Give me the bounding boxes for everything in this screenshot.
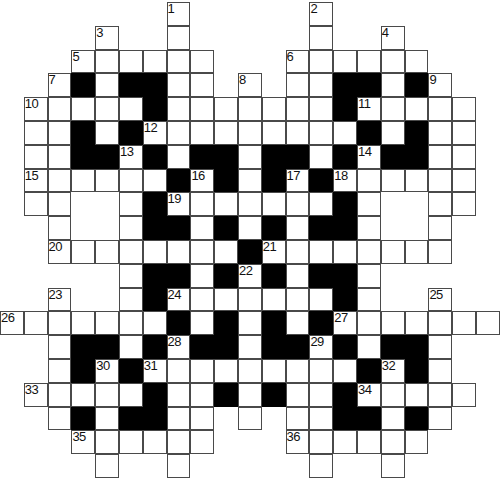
grid-cell[interactable] bbox=[262, 192, 286, 216]
grid-cell[interactable] bbox=[238, 169, 262, 193]
black-cell bbox=[357, 73, 381, 97]
grid-cell[interactable] bbox=[428, 121, 452, 145]
black-cell bbox=[143, 192, 167, 216]
grid-cell[interactable] bbox=[95, 311, 119, 335]
clue-number: 12 bbox=[144, 120, 157, 135]
black-cell bbox=[333, 73, 357, 97]
grid-cell[interactable] bbox=[48, 311, 72, 335]
grid-cell[interactable] bbox=[381, 311, 405, 335]
grid-cell[interactable]: 11 bbox=[357, 97, 381, 121]
black-cell bbox=[71, 121, 95, 145]
grid-cell[interactable] bbox=[95, 73, 119, 97]
grid-cell[interactable] bbox=[428, 359, 452, 383]
grid-cell[interactable] bbox=[95, 169, 119, 193]
grid-cell[interactable] bbox=[286, 216, 310, 240]
grid-cell[interactable] bbox=[381, 407, 405, 431]
clue-number: 21 bbox=[263, 239, 276, 254]
black-cell bbox=[262, 383, 286, 407]
grid-cell[interactable]: 19 bbox=[167, 192, 191, 216]
grid-cell[interactable] bbox=[309, 359, 333, 383]
grid-cell[interactable] bbox=[476, 311, 500, 335]
grid-cell[interactable] bbox=[357, 216, 381, 240]
black-cell bbox=[95, 335, 119, 359]
black-cell bbox=[143, 97, 167, 121]
grid-cell[interactable] bbox=[262, 359, 286, 383]
grid-cell[interactable]: 13 bbox=[119, 145, 143, 169]
clue-number: 34 bbox=[358, 382, 371, 397]
grid-cell[interactable] bbox=[262, 121, 286, 145]
grid-cell[interactable] bbox=[381, 73, 405, 97]
grid-cell[interactable]: 18 bbox=[333, 169, 357, 193]
black-cell bbox=[309, 216, 333, 240]
grid-cell[interactable] bbox=[119, 383, 143, 407]
clue-number: 29 bbox=[310, 334, 323, 349]
grid-cell[interactable] bbox=[238, 335, 262, 359]
grid-cell[interactable] bbox=[119, 288, 143, 312]
grid-cell[interactable] bbox=[428, 216, 452, 240]
grid-cell[interactable] bbox=[381, 383, 405, 407]
grid-cell[interactable] bbox=[167, 97, 191, 121]
grid-cell[interactable] bbox=[48, 335, 72, 359]
black-cell bbox=[333, 335, 357, 359]
grid-cell[interactable] bbox=[357, 169, 381, 193]
clue-number: 2 bbox=[310, 1, 317, 16]
black-cell bbox=[71, 145, 95, 169]
grid-cell[interactable] bbox=[238, 97, 262, 121]
grid-cell[interactable] bbox=[381, 121, 405, 145]
grid-cell[interactable] bbox=[238, 359, 262, 383]
clue-number: 9 bbox=[429, 72, 436, 87]
grid-cell[interactable] bbox=[309, 192, 333, 216]
black-cell bbox=[143, 383, 167, 407]
grid-cell[interactable] bbox=[333, 430, 357, 454]
clue-number: 28 bbox=[168, 334, 181, 349]
clue-number: 35 bbox=[72, 429, 85, 444]
grid-cell[interactable] bbox=[48, 145, 72, 169]
black-cell bbox=[143, 73, 167, 97]
grid-cell[interactable]: 20 bbox=[48, 240, 72, 264]
grid-cell[interactable] bbox=[238, 311, 262, 335]
grid-cell[interactable] bbox=[405, 311, 429, 335]
black-cell bbox=[357, 407, 381, 431]
grid-cell[interactable]: 22 bbox=[238, 264, 262, 288]
grid-cell[interactable] bbox=[214, 288, 238, 312]
grid-cell[interactable] bbox=[238, 288, 262, 312]
grid-cell[interactable] bbox=[428, 383, 452, 407]
black-cell bbox=[405, 335, 429, 359]
grid-cell[interactable] bbox=[119, 264, 143, 288]
black-cell bbox=[381, 145, 405, 169]
grid-cell[interactable] bbox=[452, 121, 476, 145]
grid-cell[interactable] bbox=[167, 73, 191, 97]
black-cell bbox=[119, 121, 143, 145]
grid-cell[interactable] bbox=[167, 26, 191, 50]
grid-cell[interactable] bbox=[190, 73, 214, 97]
black-cell bbox=[214, 169, 238, 193]
grid-cell[interactable]: 36 bbox=[286, 430, 310, 454]
black-cell bbox=[357, 121, 381, 145]
grid-cell[interactable] bbox=[405, 50, 429, 74]
black-cell bbox=[71, 335, 95, 359]
grid-cell[interactable] bbox=[309, 430, 333, 454]
grid-cell[interactable]: 1 bbox=[167, 2, 191, 26]
grid-cell[interactable] bbox=[357, 50, 381, 74]
grid-cell[interactable] bbox=[309, 454, 333, 478]
grid-cell[interactable] bbox=[119, 311, 143, 335]
clue-number: 24 bbox=[168, 287, 181, 302]
grid-cell[interactable] bbox=[262, 288, 286, 312]
black-cell bbox=[143, 335, 167, 359]
grid-cell[interactable]: 10 bbox=[24, 97, 48, 121]
grid-cell[interactable] bbox=[405, 240, 429, 264]
black-cell bbox=[143, 216, 167, 240]
grid-cell[interactable] bbox=[238, 145, 262, 169]
clue-number: 11 bbox=[358, 96, 371, 111]
clue-number: 10 bbox=[25, 96, 38, 111]
grid-cell[interactable] bbox=[452, 145, 476, 169]
clue-number: 13 bbox=[120, 144, 133, 159]
black-cell bbox=[262, 169, 286, 193]
black-cell bbox=[333, 145, 357, 169]
black-cell bbox=[309, 169, 333, 193]
grid-cell[interactable] bbox=[286, 97, 310, 121]
grid-cell[interactable]: 24 bbox=[167, 288, 191, 312]
grid-cell[interactable] bbox=[286, 311, 310, 335]
grid-cell[interactable]: 12 bbox=[143, 121, 167, 145]
grid-cell[interactable] bbox=[95, 407, 119, 431]
grid-cell[interactable] bbox=[214, 240, 238, 264]
grid-cell[interactable] bbox=[143, 311, 167, 335]
grid-cell[interactable]: 29 bbox=[309, 335, 333, 359]
grid-cell[interactable]: 23 bbox=[48, 288, 72, 312]
clue-number: 19 bbox=[168, 191, 181, 206]
clue-number: 16 bbox=[191, 168, 204, 183]
grid-cell[interactable] bbox=[167, 359, 191, 383]
black-cell bbox=[262, 335, 286, 359]
grid-cell[interactable] bbox=[452, 97, 476, 121]
grid-cell[interactable] bbox=[24, 192, 48, 216]
grid-cell[interactable] bbox=[119, 97, 143, 121]
grid-cell[interactable] bbox=[167, 121, 191, 145]
clue-number: 15 bbox=[25, 168, 38, 183]
black-cell bbox=[286, 145, 310, 169]
black-cell bbox=[405, 73, 429, 97]
grid-cell[interactable]: 7 bbox=[48, 73, 72, 97]
black-cell bbox=[214, 216, 238, 240]
grid-cell[interactable] bbox=[452, 192, 476, 216]
grid-cell[interactable] bbox=[119, 169, 143, 193]
grid-cell[interactable] bbox=[286, 73, 310, 97]
grid-cell[interactable] bbox=[119, 50, 143, 74]
black-cell bbox=[167, 311, 191, 335]
grid-cell[interactable] bbox=[190, 216, 214, 240]
grid-cell[interactable] bbox=[48, 407, 72, 431]
grid-cell[interactable] bbox=[309, 26, 333, 50]
grid-cell[interactable] bbox=[428, 407, 452, 431]
grid-cell[interactable] bbox=[238, 121, 262, 145]
grid-cell[interactable] bbox=[405, 430, 429, 454]
grid-cell[interactable] bbox=[95, 383, 119, 407]
grid-cell[interactable] bbox=[24, 121, 48, 145]
grid-cell[interactable]: 9 bbox=[428, 73, 452, 97]
grid-cell[interactable] bbox=[24, 145, 48, 169]
grid-cell[interactable]: 17 bbox=[286, 169, 310, 193]
grid-cell[interactable] bbox=[381, 169, 405, 193]
grid-cell[interactable] bbox=[167, 383, 191, 407]
clue-number: 7 bbox=[49, 72, 56, 87]
grid-cell[interactable]: 14 bbox=[357, 145, 381, 169]
grid-cell[interactable] bbox=[309, 240, 333, 264]
grid-cell[interactable] bbox=[333, 240, 357, 264]
grid-cell[interactable] bbox=[428, 311, 452, 335]
black-cell bbox=[214, 311, 238, 335]
grid-cell[interactable] bbox=[190, 359, 214, 383]
grid-cell[interactable] bbox=[71, 240, 95, 264]
grid-cell[interactable] bbox=[405, 169, 429, 193]
grid-cell[interactable]: 30 bbox=[95, 359, 119, 383]
grid-cell[interactable]: 5 bbox=[71, 50, 95, 74]
grid-cell[interactable]: 28 bbox=[167, 335, 191, 359]
grid-cell[interactable] bbox=[333, 359, 357, 383]
grid-cell[interactable] bbox=[286, 121, 310, 145]
grid-cell[interactable]: 35 bbox=[71, 430, 95, 454]
grid-cell[interactable] bbox=[190, 383, 214, 407]
black-cell bbox=[119, 407, 143, 431]
grid-cell[interactable] bbox=[48, 97, 72, 121]
grid-cell[interactable] bbox=[48, 121, 72, 145]
grid-cell[interactable] bbox=[95, 240, 119, 264]
grid-cell[interactable] bbox=[357, 335, 381, 359]
black-cell bbox=[167, 264, 191, 288]
grid-cell[interactable] bbox=[381, 454, 405, 478]
grid-cell[interactable] bbox=[357, 430, 381, 454]
grid-cell[interactable] bbox=[238, 192, 262, 216]
grid-cell[interactable] bbox=[309, 288, 333, 312]
crossword-grid: 1234567891011121314151617181920212223242… bbox=[0, 0, 500, 478]
grid-cell[interactable] bbox=[286, 264, 310, 288]
clue-number: 5 bbox=[72, 49, 79, 64]
grid-cell[interactable] bbox=[190, 50, 214, 74]
grid-cell[interactable] bbox=[428, 169, 452, 193]
grid-cell[interactable] bbox=[95, 121, 119, 145]
black-cell bbox=[262, 311, 286, 335]
black-cell bbox=[333, 216, 357, 240]
grid-cell[interactable] bbox=[357, 311, 381, 335]
grid-cell[interactable] bbox=[167, 454, 191, 478]
clue-number: 6 bbox=[287, 49, 294, 64]
grid-cell[interactable] bbox=[428, 192, 452, 216]
grid-cell[interactable] bbox=[95, 430, 119, 454]
grid-cell[interactable] bbox=[309, 145, 333, 169]
grid-cell[interactable]: 27 bbox=[333, 311, 357, 335]
grid-cell[interactable] bbox=[48, 216, 72, 240]
black-cell bbox=[95, 145, 119, 169]
grid-cell[interactable] bbox=[286, 240, 310, 264]
grid-cell[interactable] bbox=[95, 50, 119, 74]
grid-cell[interactable] bbox=[119, 430, 143, 454]
grid-cell[interactable] bbox=[48, 169, 72, 193]
clue-number: 32 bbox=[382, 358, 395, 373]
grid-cell[interactable] bbox=[357, 192, 381, 216]
black-cell bbox=[214, 145, 238, 169]
clue-number: 26 bbox=[1, 310, 14, 325]
grid-cell[interactable] bbox=[238, 383, 262, 407]
grid-cell[interactable] bbox=[309, 50, 333, 74]
grid-cell[interactable] bbox=[214, 121, 238, 145]
black-cell bbox=[381, 335, 405, 359]
grid-cell[interactable] bbox=[119, 216, 143, 240]
grid-cell[interactable] bbox=[357, 288, 381, 312]
grid-cell[interactable] bbox=[71, 383, 95, 407]
grid-cell[interactable] bbox=[190, 311, 214, 335]
grid-cell[interactable] bbox=[214, 97, 238, 121]
grid-cell[interactable]: 4 bbox=[381, 26, 405, 50]
grid-cell[interactable] bbox=[119, 192, 143, 216]
black-cell bbox=[333, 97, 357, 121]
grid-cell[interactable]: 26 bbox=[0, 311, 24, 335]
grid-cell[interactable] bbox=[428, 145, 452, 169]
crossword-page: 1234567891011121314151617181920212223242… bbox=[0, 0, 500, 478]
grid-cell[interactable] bbox=[428, 335, 452, 359]
grid-cell[interactable] bbox=[167, 50, 191, 74]
black-cell bbox=[309, 264, 333, 288]
grid-cell[interactable] bbox=[238, 216, 262, 240]
grid-cell[interactable] bbox=[95, 454, 119, 478]
grid-cell[interactable]: 15 bbox=[24, 169, 48, 193]
grid-cell[interactable] bbox=[309, 97, 333, 121]
grid-cell[interactable] bbox=[71, 311, 95, 335]
grid-cell[interactable] bbox=[167, 145, 191, 169]
grid-cell[interactable] bbox=[167, 240, 191, 264]
grid-cell[interactable]: 2 bbox=[309, 2, 333, 26]
clue-number: 23 bbox=[49, 287, 62, 302]
grid-cell[interactable] bbox=[309, 383, 333, 407]
grid-cell[interactable]: 32 bbox=[381, 359, 405, 383]
clue-number: 36 bbox=[287, 429, 300, 444]
grid-cell[interactable] bbox=[167, 407, 191, 431]
clue-number: 22 bbox=[239, 263, 252, 278]
grid-cell[interactable] bbox=[167, 430, 191, 454]
grid-cell[interactable] bbox=[190, 192, 214, 216]
grid-cell[interactable]: 6 bbox=[286, 50, 310, 74]
grid-cell[interactable]: 8 bbox=[238, 73, 262, 97]
black-cell bbox=[71, 359, 95, 383]
grid-cell[interactable] bbox=[452, 383, 476, 407]
grid-cell[interactable] bbox=[119, 335, 143, 359]
grid-cell[interactable] bbox=[333, 50, 357, 74]
grid-cell[interactable]: 25 bbox=[428, 288, 452, 312]
grid-cell[interactable] bbox=[143, 430, 167, 454]
black-cell bbox=[333, 407, 357, 431]
grid-cell[interactable] bbox=[309, 407, 333, 431]
grid-cell[interactable] bbox=[143, 240, 167, 264]
grid-cell[interactable] bbox=[95, 97, 119, 121]
grid-cell[interactable] bbox=[405, 383, 429, 407]
black-cell bbox=[333, 264, 357, 288]
grid-cell[interactable] bbox=[286, 407, 310, 431]
grid-cell[interactable] bbox=[190, 240, 214, 264]
clue-number: 3 bbox=[96, 25, 103, 40]
clue-number: 31 bbox=[144, 358, 157, 373]
grid-cell[interactable] bbox=[24, 311, 48, 335]
grid-cell[interactable]: 31 bbox=[143, 359, 167, 383]
black-cell bbox=[143, 264, 167, 288]
grid-cell[interactable] bbox=[190, 97, 214, 121]
grid-cell[interactable] bbox=[190, 407, 214, 431]
grid-cell[interactable] bbox=[405, 97, 429, 121]
clue-number: 8 bbox=[239, 72, 246, 87]
grid-cell[interactable] bbox=[190, 121, 214, 145]
grid-cell[interactable] bbox=[286, 192, 310, 216]
black-cell bbox=[238, 240, 262, 264]
black-cell bbox=[405, 121, 429, 145]
black-cell bbox=[214, 383, 238, 407]
grid-cell[interactable] bbox=[357, 240, 381, 264]
grid-cell[interactable] bbox=[381, 97, 405, 121]
grid-cell[interactable] bbox=[286, 288, 310, 312]
grid-cell[interactable] bbox=[71, 97, 95, 121]
grid-cell[interactable] bbox=[262, 97, 286, 121]
black-cell bbox=[333, 288, 357, 312]
grid-cell[interactable] bbox=[48, 359, 72, 383]
grid-cell[interactable] bbox=[119, 240, 143, 264]
grid-cell[interactable] bbox=[309, 73, 333, 97]
grid-cell[interactable] bbox=[286, 359, 310, 383]
grid-cell[interactable] bbox=[190, 264, 214, 288]
grid-cell[interactable] bbox=[381, 240, 405, 264]
grid-cell[interactable] bbox=[452, 169, 476, 193]
black-cell bbox=[167, 216, 191, 240]
grid-cell[interactable] bbox=[214, 192, 238, 216]
grid-cell[interactable] bbox=[238, 407, 262, 431]
black-cell bbox=[262, 145, 286, 169]
grid-cell[interactable] bbox=[309, 121, 333, 145]
grid-cell[interactable]: 21 bbox=[262, 240, 286, 264]
grid-cell[interactable]: 33 bbox=[24, 383, 48, 407]
grid-cell[interactable]: 16 bbox=[190, 169, 214, 193]
black-cell bbox=[357, 359, 381, 383]
grid-cell[interactable]: 34 bbox=[357, 383, 381, 407]
grid-cell[interactable] bbox=[452, 311, 476, 335]
grid-cell[interactable] bbox=[71, 169, 95, 193]
black-cell bbox=[214, 264, 238, 288]
black-cell bbox=[143, 407, 167, 431]
grid-cell[interactable] bbox=[286, 383, 310, 407]
grid-cell[interactable] bbox=[333, 121, 357, 145]
grid-cell[interactable]: 3 bbox=[95, 26, 119, 50]
grid-cell[interactable] bbox=[381, 50, 405, 74]
grid-cell[interactable] bbox=[428, 97, 452, 121]
black-cell bbox=[309, 311, 333, 335]
grid-cell[interactable] bbox=[428, 240, 452, 264]
clue-number: 27 bbox=[334, 310, 347, 325]
clue-number: 30 bbox=[96, 358, 109, 373]
grid-cell[interactable] bbox=[48, 383, 72, 407]
black-cell bbox=[71, 407, 95, 431]
grid-cell[interactable] bbox=[143, 169, 167, 193]
grid-cell[interactable] bbox=[143, 50, 167, 74]
grid-cell[interactable] bbox=[381, 430, 405, 454]
grid-cell[interactable] bbox=[214, 359, 238, 383]
grid-cell[interactable] bbox=[357, 264, 381, 288]
grid-cell[interactable] bbox=[190, 288, 214, 312]
black-cell bbox=[167, 169, 191, 193]
black-cell bbox=[143, 288, 167, 312]
black-cell bbox=[71, 73, 95, 97]
grid-cell[interactable] bbox=[190, 430, 214, 454]
grid-cell[interactable] bbox=[48, 192, 72, 216]
black-cell bbox=[190, 335, 214, 359]
